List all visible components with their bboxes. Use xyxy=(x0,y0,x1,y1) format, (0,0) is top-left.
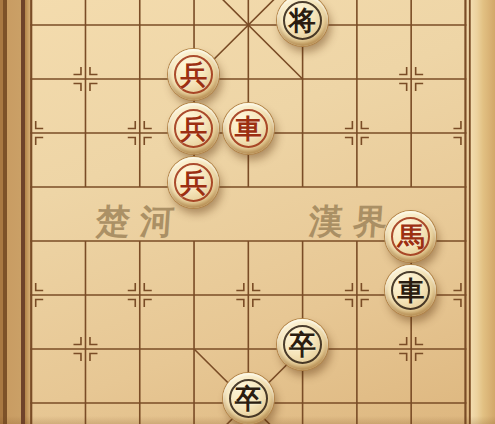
piece-character: 車 xyxy=(385,265,436,316)
piece-character: 卒 xyxy=(277,319,328,370)
piece-black-soldier-f4r8[interactable]: 卒 xyxy=(223,373,274,424)
piece-character: 兵 xyxy=(168,103,219,154)
piece-character: 卒 xyxy=(223,373,274,424)
piece-red-soldier-f3r4[interactable]: 兵 xyxy=(168,157,219,208)
xiangqi-board: 楚河 漢界 将兵兵車兵馬車卒卒 xyxy=(0,0,495,424)
piece-character: 兵 xyxy=(168,157,219,208)
piece-character: 将 xyxy=(277,0,328,46)
piece-red-chariot-f4r3[interactable]: 車 xyxy=(223,103,274,154)
piece-red-horse-f7r5[interactable]: 馬 xyxy=(385,211,436,262)
piece-black-soldier-f5r7[interactable]: 卒 xyxy=(277,319,328,370)
pieces-layer: 将兵兵車兵馬車卒卒 xyxy=(4,0,493,424)
piece-black-general-f5r1[interactable]: 将 xyxy=(277,0,328,46)
piece-character: 兵 xyxy=(168,49,219,100)
piece-red-soldier-f3r3[interactable]: 兵 xyxy=(168,103,219,154)
piece-red-soldier-f3r2[interactable]: 兵 xyxy=(168,49,219,100)
piece-character: 馬 xyxy=(385,211,436,262)
piece-black-chariot-f7r6[interactable]: 車 xyxy=(385,265,436,316)
piece-character: 車 xyxy=(223,103,274,154)
